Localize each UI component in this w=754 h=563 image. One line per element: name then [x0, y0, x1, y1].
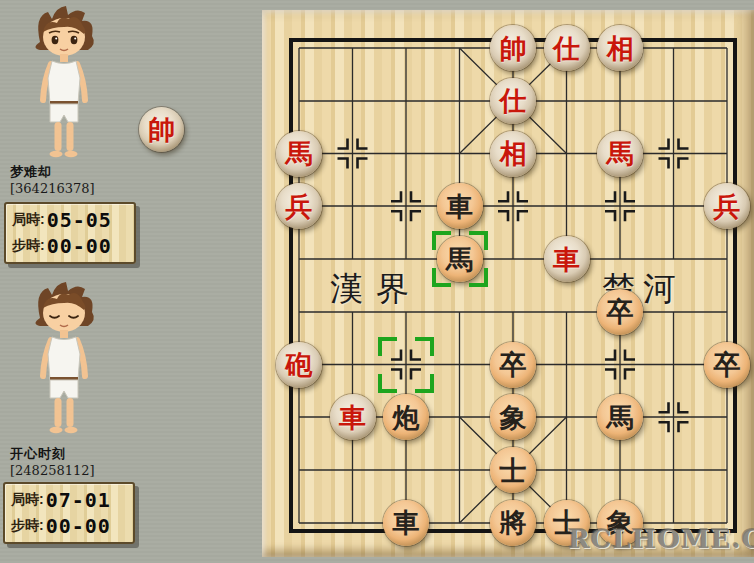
player-name-top: 梦难却 — [10, 163, 52, 181]
piece-glyph: 仕 — [553, 35, 580, 62]
piece-glyph: 馬 — [607, 140, 634, 167]
piece-elephant-black[interactable]: 象 — [490, 394, 536, 440]
piece-glyph: 車 — [446, 193, 473, 220]
game-time-label: 局時: — [11, 491, 44, 509]
piece-advisor-black[interactable]: 士 — [490, 447, 536, 493]
game-window: 帥 梦难却 [364216378] 局時: 05-05 步時: 00-00 开心… — [0, 0, 754, 563]
piece-soldier-black[interactable]: 卒 — [597, 289, 643, 335]
piece-glyph: 馬 — [446, 246, 473, 273]
piece-glyph: 將 — [500, 509, 527, 536]
piece-glyph: 帥 — [500, 35, 527, 62]
piece-elephant-red[interactable]: 相 — [597, 25, 643, 71]
clock-row-game-time: 局時: 05-05 — [12, 207, 130, 233]
move-time-value: 00-00 — [47, 234, 112, 258]
watermark: RCLHOME.COM — [568, 524, 754, 554]
piece-soldier-red[interactable]: 兵 — [704, 183, 750, 229]
piece-chariot-black[interactable]: 車 — [383, 500, 429, 546]
piece-glyph: 卒 — [607, 298, 634, 325]
piece-advisor-red[interactable]: 仕 — [544, 25, 590, 71]
move-time-label: 步時: — [11, 517, 44, 535]
piece-glyph: 馬 — [607, 404, 634, 431]
clock-row-game-time: 局時: 07-01 — [11, 487, 129, 513]
game-time-label: 局時: — [12, 211, 45, 229]
clock-row-move-time: 步時: 00-00 — [12, 233, 130, 259]
last-move-from-marker — [378, 337, 434, 393]
piece-general-black[interactable]: 將 — [490, 500, 536, 546]
xiangqi-board[interactable]: 漢界 楚河 帥仕相仕馬相馬兵車兵馬車卒砲卒卒車炮象馬士車將士象 — [262, 10, 754, 557]
piece-horse-black[interactable]: 馬 — [437, 236, 483, 282]
piece-horse-red[interactable]: 馬 — [597, 131, 643, 177]
piece-glyph: 車 — [553, 246, 580, 273]
piece-glyph: 車 — [393, 509, 420, 536]
game-time-value: 05-05 — [47, 208, 112, 232]
piece-general-red[interactable]: 帥 — [490, 25, 536, 71]
piece-chariot-black[interactable]: 車 — [437, 183, 483, 229]
piece-glyph: 相 — [607, 35, 634, 62]
piece-glyph: 砲 — [286, 351, 313, 378]
piece-soldier-red[interactable]: 兵 — [276, 183, 322, 229]
player-id-top: [364216378] — [10, 181, 95, 196]
player-avatar-bottom — [14, 280, 114, 440]
piece-cannon-red[interactable]: 砲 — [276, 342, 322, 388]
piece-glyph: 士 — [500, 457, 527, 484]
clock-row-move-time: 步時: 00-00 — [11, 513, 129, 539]
piece-glyph: 兵 — [286, 193, 313, 220]
piece-glyph: 卒 — [500, 351, 527, 378]
player-id-bottom: [248258112] — [10, 463, 95, 478]
piece-elephant-red[interactable]: 相 — [490, 131, 536, 177]
player-avatar-top — [14, 4, 114, 164]
piece-glyph: 相 — [500, 140, 527, 167]
piece-chariot-red[interactable]: 車 — [330, 394, 376, 440]
move-time-label: 步時: — [12, 237, 45, 255]
piece-glyph: 兵 — [714, 193, 741, 220]
piece-glyph: 卒 — [714, 351, 741, 378]
move-time-value: 00-00 — [46, 514, 111, 538]
side-indicator-piece: 帥 — [139, 107, 184, 152]
piece-chariot-red[interactable]: 車 — [544, 236, 590, 282]
piece-glyph: 炮 — [393, 404, 420, 431]
clock-bottom: 局時: 07-01 步時: 00-00 — [3, 482, 135, 544]
piece-cannon-black[interactable]: 炮 — [383, 394, 429, 440]
piece-glyph: 馬 — [286, 140, 313, 167]
piece-glyph: 車 — [339, 404, 366, 431]
game-time-value: 07-01 — [46, 488, 111, 512]
piece-advisor-red[interactable]: 仕 — [490, 78, 536, 124]
piece-horse-black[interactable]: 馬 — [597, 394, 643, 440]
clock-top: 局時: 05-05 步時: 00-00 — [4, 202, 136, 264]
piece-soldier-black[interactable]: 卒 — [704, 342, 750, 388]
piece-glyph: 象 — [500, 404, 527, 431]
piece-horse-red[interactable]: 馬 — [276, 131, 322, 177]
player-name-bottom: 开心时刻 — [10, 445, 66, 463]
pieces-layer: 帥仕相仕馬相馬兵車兵馬車卒砲卒卒車炮象馬士車將士象 — [262, 10, 754, 557]
piece-glyph: 仕 — [500, 87, 527, 114]
piece-soldier-black[interactable]: 卒 — [490, 342, 536, 388]
side-indicator-glyph: 帥 — [148, 116, 175, 143]
